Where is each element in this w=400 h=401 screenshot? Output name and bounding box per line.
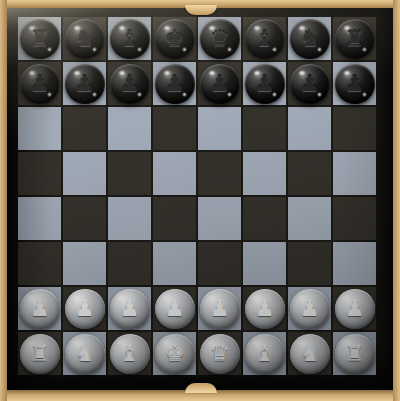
square-a1[interactable]: ♜ (18, 332, 61, 375)
piece-black-bishop[interactable]: ♝ (110, 19, 150, 59)
black-pawn-icon: ♟ (210, 73, 230, 95)
white-pawn-icon: ♟ (30, 298, 50, 320)
square-h4[interactable] (333, 197, 376, 240)
square-d2[interactable]: ♟ (153, 287, 196, 330)
piece-black-pawn[interactable]: ♟ (200, 64, 240, 104)
white-pawn-icon: ♟ (75, 298, 95, 320)
square-c2[interactable]: ♟ (108, 287, 151, 330)
square-g4[interactable] (288, 197, 331, 240)
piece-black-pawn[interactable]: ♟ (155, 64, 195, 104)
piece-black-pawn[interactable]: ♟ (335, 64, 375, 104)
piece-white-rook[interactable]: ♜ (20, 334, 60, 374)
board-surface: ♜♞♝♚♛♝♞♜♟♟♟♟♟♟♟♟♟♟♟♟♟♟♟♟♜♞♝♚♛♝♞♜ (7, 8, 393, 390)
square-e3[interactable] (198, 242, 241, 285)
piece-white-king[interactable]: ♚ (155, 334, 195, 374)
chess-board-photo: ♜♞♝♚♛♝♞♜♟♟♟♟♟♟♟♟♟♟♟♟♟♟♟♟♜♞♝♚♛♝♞♜ (0, 0, 400, 401)
piece-black-knight[interactable]: ♞ (290, 19, 330, 59)
square-b8[interactable]: ♞ (63, 17, 106, 60)
piece-black-rook[interactable]: ♜ (20, 19, 60, 59)
white-rook-icon: ♜ (30, 343, 50, 365)
square-d4[interactable] (153, 197, 196, 240)
square-c1[interactable]: ♝ (108, 332, 151, 375)
square-d6[interactable] (153, 107, 196, 150)
square-a8[interactable]: ♜ (18, 17, 61, 60)
piece-black-rook[interactable]: ♜ (335, 19, 375, 59)
piece-black-bishop[interactable]: ♝ (245, 19, 285, 59)
square-h3[interactable] (333, 242, 376, 285)
piece-black-pawn[interactable]: ♟ (65, 64, 105, 104)
piece-white-bishop[interactable]: ♝ (245, 334, 285, 374)
white-pawn-icon: ♟ (165, 298, 185, 320)
chess-board: ♜♞♝♚♛♝♞♜♟♟♟♟♟♟♟♟♟♟♟♟♟♟♟♟♜♞♝♚♛♝♞♜ (18, 17, 376, 375)
black-pawn-icon: ♟ (345, 73, 365, 95)
piece-white-pawn[interactable]: ♟ (20, 289, 60, 329)
piece-white-pawn[interactable]: ♟ (290, 289, 330, 329)
square-a7[interactable]: ♟ (18, 62, 61, 105)
white-knight-icon: ♞ (75, 343, 95, 365)
square-g3[interactable] (288, 242, 331, 285)
black-king-icon: ♚ (165, 28, 185, 50)
black-pawn-icon: ♟ (255, 73, 275, 95)
piece-white-rook[interactable]: ♜ (335, 334, 375, 374)
square-f4[interactable] (243, 197, 286, 240)
square-a2[interactable]: ♟ (18, 287, 61, 330)
piece-black-pawn[interactable]: ♟ (110, 64, 150, 104)
black-pawn-icon: ♟ (75, 73, 95, 95)
square-b5[interactable] (63, 152, 106, 195)
piece-white-pawn[interactable]: ♟ (200, 289, 240, 329)
piece-white-pawn[interactable]: ♟ (155, 289, 195, 329)
white-rook-icon: ♜ (345, 343, 365, 365)
piece-white-pawn[interactable]: ♟ (110, 289, 150, 329)
piece-black-queen[interactable]: ♛ (200, 19, 240, 59)
square-e6[interactable] (198, 107, 241, 150)
square-h2[interactable]: ♟ (333, 287, 376, 330)
square-c3[interactable] (108, 242, 151, 285)
square-e1[interactable]: ♛ (198, 332, 241, 375)
piece-white-knight[interactable]: ♞ (65, 334, 105, 374)
square-f8[interactable]: ♝ (243, 17, 286, 60)
square-h7[interactable]: ♟ (333, 62, 376, 105)
black-knight-icon: ♞ (300, 28, 320, 50)
square-a6[interactable] (18, 107, 61, 150)
square-d7[interactable]: ♟ (153, 62, 196, 105)
square-g8[interactable]: ♞ (288, 17, 331, 60)
square-f6[interactable] (243, 107, 286, 150)
square-g6[interactable] (288, 107, 331, 150)
square-d3[interactable] (153, 242, 196, 285)
square-c6[interactable] (108, 107, 151, 150)
white-king-icon: ♚ (165, 343, 185, 365)
black-knight-icon: ♞ (75, 28, 95, 50)
clasp-notch-top (185, 5, 217, 15)
white-pawn-icon: ♟ (345, 298, 365, 320)
square-d8[interactable]: ♚ (153, 17, 196, 60)
white-queen-icon: ♛ (210, 343, 230, 365)
square-b6[interactable] (63, 107, 106, 150)
square-c4[interactable] (108, 197, 151, 240)
black-pawn-icon: ♟ (30, 73, 50, 95)
square-b4[interactable] (63, 197, 106, 240)
piece-white-queen[interactable]: ♛ (200, 334, 240, 374)
wood-frame-right (393, 0, 400, 401)
square-c7[interactable]: ♟ (108, 62, 151, 105)
square-d5[interactable] (153, 152, 196, 195)
square-b1[interactable]: ♞ (63, 332, 106, 375)
square-f2[interactable]: ♟ (243, 287, 286, 330)
piece-white-pawn[interactable]: ♟ (65, 289, 105, 329)
square-b2[interactable]: ♟ (63, 287, 106, 330)
black-rook-icon: ♜ (345, 28, 365, 50)
square-c8[interactable]: ♝ (108, 17, 151, 60)
square-e5[interactable] (198, 152, 241, 195)
square-h8[interactable]: ♜ (333, 17, 376, 60)
square-a5[interactable] (18, 152, 61, 195)
white-bishop-icon: ♝ (255, 343, 275, 365)
white-bishop-icon: ♝ (120, 343, 140, 365)
square-g2[interactable]: ♟ (288, 287, 331, 330)
black-queen-icon: ♛ (210, 28, 230, 50)
square-h5[interactable] (333, 152, 376, 195)
square-e7[interactable]: ♟ (198, 62, 241, 105)
square-f1[interactable]: ♝ (243, 332, 286, 375)
piece-white-bishop[interactable]: ♝ (110, 334, 150, 374)
black-pawn-icon: ♟ (165, 73, 185, 95)
white-pawn-icon: ♟ (300, 298, 320, 320)
piece-black-pawn[interactable]: ♟ (20, 64, 60, 104)
black-pawn-icon: ♟ (300, 73, 320, 95)
white-knight-icon: ♞ (300, 343, 320, 365)
white-pawn-icon: ♟ (255, 298, 275, 320)
clasp-notch-bottom (185, 383, 217, 393)
black-rook-icon: ♜ (30, 28, 50, 50)
square-e8[interactable]: ♛ (198, 17, 241, 60)
square-h1[interactable]: ♜ (333, 332, 376, 375)
square-g5[interactable] (288, 152, 331, 195)
black-pawn-icon: ♟ (120, 73, 140, 95)
square-g7[interactable]: ♟ (288, 62, 331, 105)
square-e4[interactable] (198, 197, 241, 240)
square-f5[interactable] (243, 152, 286, 195)
white-pawn-icon: ♟ (120, 298, 140, 320)
black-bishop-icon: ♝ (120, 28, 140, 50)
piece-black-knight[interactable]: ♞ (65, 19, 105, 59)
black-bishop-icon: ♝ (255, 28, 275, 50)
square-a4[interactable] (18, 197, 61, 240)
piece-white-pawn[interactable]: ♟ (245, 289, 285, 329)
square-g1[interactable]: ♞ (288, 332, 331, 375)
white-pawn-icon: ♟ (210, 298, 230, 320)
piece-black-king[interactable]: ♚ (155, 19, 195, 59)
square-d1[interactable]: ♚ (153, 332, 196, 375)
wood-frame-left (0, 0, 7, 401)
square-f7[interactable]: ♟ (243, 62, 286, 105)
square-a3[interactable] (18, 242, 61, 285)
square-f3[interactable] (243, 242, 286, 285)
square-b7[interactable]: ♟ (63, 62, 106, 105)
piece-black-pawn[interactable]: ♟ (290, 64, 330, 104)
piece-white-knight[interactable]: ♞ (290, 334, 330, 374)
piece-black-pawn[interactable]: ♟ (245, 64, 285, 104)
square-b3[interactable] (63, 242, 106, 285)
square-e2[interactable]: ♟ (198, 287, 241, 330)
square-h6[interactable] (333, 107, 376, 150)
piece-white-pawn[interactable]: ♟ (335, 289, 375, 329)
square-c5[interactable] (108, 152, 151, 195)
